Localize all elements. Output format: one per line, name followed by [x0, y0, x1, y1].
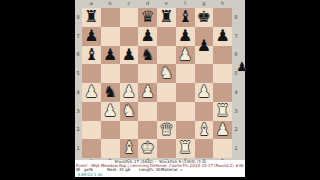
captured-pawn-icon: ♟ [236, 61, 248, 74]
square-f1[interactable]: ♜ [176, 139, 195, 158]
piece-black-pawn-b6[interactable]: ♟ [101, 46, 120, 65]
piece-white-pawn-a4[interactable]: ♟ [82, 83, 101, 102]
coord-label-6: 6 [75, 46, 81, 65]
square-b7[interactable] [101, 27, 120, 46]
square-d8[interactable]: ♛ [138, 8, 157, 27]
square-c8[interactable] [120, 8, 139, 27]
square-h2[interactable]: ♟ [213, 121, 232, 140]
square-e8[interactable]: ♜ [157, 8, 176, 27]
square-b8[interactable] [101, 8, 120, 27]
square-b2[interactable] [101, 121, 120, 140]
piece-black-rook-e8[interactable]: ♜ [157, 8, 176, 27]
bottom-strip [75, 177, 245, 180]
square-e4[interactable] [157, 83, 176, 102]
square-c2[interactable] [120, 121, 139, 140]
piece-black-pawn-h7[interactable]: ♟ [213, 27, 232, 46]
square-f2[interactable] [176, 121, 195, 140]
square-g6[interactable]: ♟ [195, 46, 214, 65]
square-e6[interactable] [157, 46, 176, 65]
piece-white-pawn-h2[interactable]: ♟ [213, 121, 232, 140]
material-balance: Material: = [161, 168, 183, 172]
square-d3[interactable] [138, 102, 157, 121]
coord-label-8: 8 [75, 8, 81, 27]
square-h5[interactable] [213, 64, 232, 83]
game-length: Length: 30 [139, 168, 161, 172]
coord-label-3: 3 [233, 102, 239, 121]
square-d4[interactable]: ♟ [138, 83, 157, 102]
square-f4[interactable] [176, 83, 195, 102]
piece-black-rook-a8[interactable]: ♜ [82, 8, 101, 27]
piece-black-pawn-f7[interactable]: ♟ [176, 27, 195, 46]
piece-white-pawn-c4[interactable]: ♟ [120, 83, 139, 102]
square-a6[interactable]: ♝ [82, 46, 101, 65]
square-a1[interactable] [82, 139, 101, 158]
piece-white-knight-e5[interactable]: ♞ [157, 64, 176, 83]
piece-white-rook-f1[interactable]: ♜ [176, 139, 195, 158]
piece-white-queen-e2[interactable]: ♛ [157, 121, 176, 140]
coord-label-3: 3 [75, 102, 81, 121]
status-bar: Stockfish 17 (3642) -- Stockfish 9 (3304… [75, 160, 245, 177]
piece-black-pawn-a7[interactable]: ♟ [82, 27, 101, 46]
square-b3[interactable]: ♟ [101, 102, 120, 121]
coord-label-b: b [101, 1, 120, 7]
coord-label-2: 2 [233, 121, 239, 140]
square-h7[interactable]: ♟ [213, 27, 232, 46]
piece-black-king-g8[interactable]: ♚ [195, 8, 214, 27]
square-d5[interactable] [138, 64, 157, 83]
move-info-line: W gxf6 Next: 31 g6 Length: 30 Material: … [75, 168, 245, 172]
square-g2[interactable]: ♝ [195, 121, 214, 140]
square-h6[interactable] [213, 46, 232, 65]
coord-label-1: 1 [233, 139, 239, 158]
square-g5[interactable] [195, 64, 214, 83]
piece-black-bishop-a6[interactable]: ♝ [82, 46, 101, 65]
coord-label-8: 8 [233, 8, 239, 27]
coord-label-2: 2 [75, 121, 81, 140]
square-a5[interactable] [82, 64, 101, 83]
piece-black-knight-b4[interactable]: ♞ [101, 83, 120, 102]
square-f6[interactable]: ♟ [176, 46, 195, 65]
square-d6[interactable]: ♞ [138, 46, 157, 65]
square-e3[interactable] [157, 102, 176, 121]
square-d7[interactable]: ♟ [138, 27, 157, 46]
square-a7[interactable]: ♟ [82, 27, 101, 46]
piece-black-bishop-f8[interactable]: ♝ [176, 8, 195, 27]
square-c4[interactable]: ♟ [120, 83, 139, 102]
coord-label-7: 7 [75, 27, 81, 46]
square-e7[interactable] [157, 27, 176, 46]
square-c6[interactable]: ♟ [120, 46, 139, 65]
square-a3[interactable] [82, 102, 101, 121]
square-h1[interactable] [213, 139, 232, 158]
coord-label-4: 4 [75, 83, 81, 102]
piece-black-pawn-g6[interactable]: ♟ [195, 36, 214, 55]
piece-white-pawn-d4[interactable]: ♟ [138, 83, 157, 102]
piece-white-rook-h3[interactable]: ♜ [213, 102, 232, 121]
square-f8[interactable]: ♝ [176, 8, 195, 27]
square-g4[interactable]: ♟ [195, 83, 214, 102]
square-f3[interactable] [176, 102, 195, 121]
square-e2[interactable]: ♛ [157, 121, 176, 140]
square-f7[interactable]: ♟ [176, 27, 195, 46]
square-h3[interactable]: ♜ [213, 102, 232, 121]
square-b4[interactable]: ♞ [101, 83, 120, 102]
coord-label-5: 5 [75, 64, 81, 83]
coord-label-7: 7 [233, 27, 239, 46]
square-g3[interactable] [195, 102, 214, 121]
square-h8[interactable] [213, 8, 232, 27]
square-d1[interactable]: ♚ [138, 139, 157, 158]
square-b5[interactable] [101, 64, 120, 83]
square-c5[interactable] [120, 64, 139, 83]
piece-black-knight-d6[interactable]: ♞ [138, 46, 157, 65]
square-c1[interactable]: ♝ [120, 139, 139, 158]
piece-white-knight-c3[interactable]: ♞ [120, 102, 139, 121]
coord-label-1: 1 [75, 139, 81, 158]
side-to-move: W [76, 168, 80, 172]
piece-white-pawn-f6[interactable]: ♟ [176, 46, 195, 65]
next-move: Next: 31 g6 [107, 168, 130, 172]
square-h4[interactable] [213, 83, 232, 102]
coord-label-c: c [120, 1, 139, 7]
piece-white-pawn-b3[interactable]: ♟ [101, 102, 120, 121]
square-b1[interactable] [101, 139, 120, 158]
piece-white-king-d1[interactable]: ♚ [138, 139, 157, 158]
square-e5[interactable]: ♞ [157, 64, 176, 83]
rank-labels-right: 87654321 [233, 8, 239, 158]
square-e1[interactable] [157, 139, 176, 158]
square-c7[interactable] [120, 27, 139, 46]
coord-label-4: 4 [233, 83, 239, 102]
last-move: gxf6 [84, 168, 93, 172]
board-panel: abcdefgh abcdefgh 87654321 87654321 ♜♛♜♝… [75, 0, 245, 180]
piece-black-queen-d8[interactable]: ♛ [138, 8, 157, 27]
piece-black-pawn-d7[interactable]: ♟ [138, 27, 157, 46]
square-g8[interactable]: ♚ [195, 8, 214, 27]
square-d2[interactable] [138, 121, 157, 140]
square-b6[interactable]: ♟ [101, 46, 120, 65]
piece-white-bishop-g2[interactable]: ♝ [195, 121, 214, 140]
piece-white-bishop-c1[interactable]: ♝ [120, 139, 139, 158]
square-g1[interactable] [195, 139, 214, 158]
square-f5[interactable] [176, 64, 195, 83]
square-c3[interactable]: ♞ [120, 102, 139, 121]
piece-black-pawn-c6[interactable]: ♟ [120, 46, 139, 65]
piece-white-pawn-g4[interactable]: ♟ [195, 83, 214, 102]
square-a4[interactable]: ♟ [82, 83, 101, 102]
square-a2[interactable] [82, 121, 101, 140]
square-a8[interactable]: ♜ [82, 8, 101, 27]
coord-label-h: h [213, 1, 232, 7]
rank-labels-left: 87654321 [75, 8, 81, 158]
chess-board[interactable]: ♜♛♜♝♚♟♟♟♟♝♟♟♞♟♟♞♟♞♟♟♟♟♞♜♛♝♟♝♚♜ [82, 8, 232, 158]
